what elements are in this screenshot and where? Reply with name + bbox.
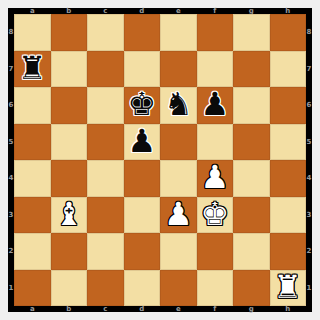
rank-label-6: 6 <box>306 87 312 124</box>
square-d2[interactable] <box>124 233 161 270</box>
file-label-g: g <box>233 306 270 312</box>
square-g1[interactable] <box>233 270 270 307</box>
file-label-h: h <box>270 306 307 312</box>
piece-white-rook[interactable]: ♜ <box>273 271 302 303</box>
rank-label-4: 4 <box>306 160 312 197</box>
square-f1[interactable] <box>197 270 234 307</box>
square-h8[interactable] <box>270 14 307 51</box>
square-b5[interactable] <box>51 124 88 161</box>
square-g5[interactable] <box>233 124 270 161</box>
rank-label-1: 1 <box>306 270 312 307</box>
file-label-f: f <box>197 306 234 312</box>
square-d3[interactable] <box>124 197 161 234</box>
square-c3[interactable] <box>87 197 124 234</box>
piece-black-knight[interactable]: ♞ <box>164 88 193 120</box>
rank-label-7: 7 <box>306 51 312 88</box>
square-h2[interactable] <box>270 233 307 270</box>
file-labels-bottom: abcdefgh <box>14 306 306 312</box>
square-b6[interactable] <box>51 87 88 124</box>
rank-label-3: 3 <box>306 197 312 234</box>
piece-black-king[interactable]: ♚ <box>127 88 156 120</box>
file-label-d: d <box>124 306 161 312</box>
square-a6[interactable] <box>14 87 51 124</box>
square-h5[interactable] <box>270 124 307 161</box>
square-f7[interactable] <box>197 51 234 88</box>
piece-white-pawn[interactable]: ♟ <box>164 198 193 230</box>
rank-label-8: 8 <box>306 14 312 51</box>
square-d7[interactable] <box>124 51 161 88</box>
square-h1[interactable]: ♜ <box>270 270 307 307</box>
square-b1[interactable] <box>51 270 88 307</box>
piece-white-pawn[interactable]: ♟ <box>200 161 229 193</box>
square-g3[interactable] <box>233 197 270 234</box>
piece-white-king[interactable]: ♚ <box>200 198 229 230</box>
file-label-b: b <box>51 306 88 312</box>
square-a5[interactable] <box>14 124 51 161</box>
chessboard: ♜♚♞♟♟♟♝♟♚♜ <box>14 14 306 306</box>
square-f2[interactable] <box>197 233 234 270</box>
file-label-e: e <box>160 306 197 312</box>
square-e2[interactable] <box>160 233 197 270</box>
square-g2[interactable] <box>233 233 270 270</box>
square-e3[interactable]: ♟ <box>160 197 197 234</box>
square-g4[interactable] <box>233 160 270 197</box>
square-c1[interactable] <box>87 270 124 307</box>
square-e8[interactable] <box>160 14 197 51</box>
square-a7[interactable]: ♜ <box>14 51 51 88</box>
square-c5[interactable] <box>87 124 124 161</box>
square-f3[interactable]: ♚ <box>197 197 234 234</box>
square-h7[interactable] <box>270 51 307 88</box>
square-f8[interactable] <box>197 14 234 51</box>
square-a8[interactable] <box>14 14 51 51</box>
piece-white-bishop[interactable]: ♝ <box>54 198 83 230</box>
square-c2[interactable] <box>87 233 124 270</box>
square-a2[interactable] <box>14 233 51 270</box>
square-e6[interactable]: ♞ <box>160 87 197 124</box>
file-label-a: a <box>14 306 51 312</box>
rank-label-5: 5 <box>306 124 312 161</box>
rank-label-2: 2 <box>306 233 312 270</box>
square-b4[interactable] <box>51 160 88 197</box>
square-e1[interactable] <box>160 270 197 307</box>
square-a1[interactable] <box>14 270 51 307</box>
square-g6[interactable] <box>233 87 270 124</box>
square-h4[interactable] <box>270 160 307 197</box>
square-b2[interactable] <box>51 233 88 270</box>
square-h3[interactable] <box>270 197 307 234</box>
square-d1[interactable] <box>124 270 161 307</box>
square-b8[interactable] <box>51 14 88 51</box>
square-f5[interactable] <box>197 124 234 161</box>
piece-black-pawn[interactable]: ♟ <box>200 88 229 120</box>
square-d6[interactable]: ♚ <box>124 87 161 124</box>
square-d5[interactable]: ♟ <box>124 124 161 161</box>
rank-labels-right: 87654321 <box>306 14 312 306</box>
square-e5[interactable] <box>160 124 197 161</box>
square-b7[interactable] <box>51 51 88 88</box>
square-e7[interactable] <box>160 51 197 88</box>
square-c8[interactable] <box>87 14 124 51</box>
square-h6[interactable] <box>270 87 307 124</box>
square-a4[interactable] <box>14 160 51 197</box>
square-a3[interactable] <box>14 197 51 234</box>
square-b3[interactable]: ♝ <box>51 197 88 234</box>
square-c7[interactable] <box>87 51 124 88</box>
piece-black-pawn[interactable]: ♟ <box>127 125 156 157</box>
file-label-c: c <box>87 306 124 312</box>
square-d8[interactable] <box>124 14 161 51</box>
piece-black-rook[interactable]: ♜ <box>18 52 47 84</box>
square-e4[interactable] <box>160 160 197 197</box>
square-c6[interactable] <box>87 87 124 124</box>
square-d4[interactable] <box>124 160 161 197</box>
square-f4[interactable]: ♟ <box>197 160 234 197</box>
chessboard-frame: abcdefgh abcdefgh 87654321 87654321 ♜♚♞♟… <box>8 8 312 312</box>
square-f6[interactable]: ♟ <box>197 87 234 124</box>
square-c4[interactable] <box>87 160 124 197</box>
square-g7[interactable] <box>233 51 270 88</box>
square-g8[interactable] <box>233 14 270 51</box>
